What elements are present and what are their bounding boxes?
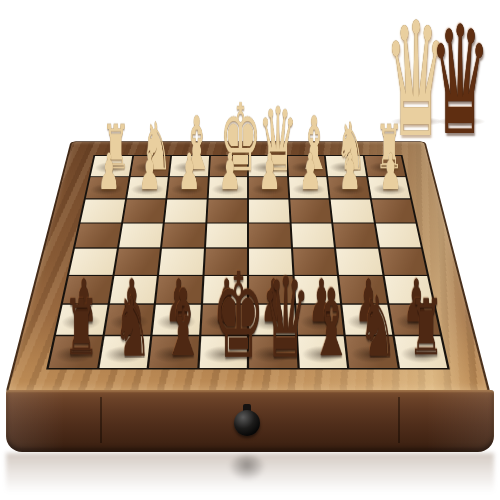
square: [162, 223, 205, 247]
square: ♟: [86, 177, 128, 198]
square: [119, 223, 163, 247]
board-frame: ♜♞♝♚♛♝♞♜♟♟♟♟♟♟♟♟♟♟♟♟♟♟♟♟♜♞♝♚♛♝♞♜: [5, 141, 491, 394]
square: ♟: [289, 177, 329, 198]
floor-reflection: [6, 453, 494, 500]
square: [123, 199, 166, 222]
square: [165, 199, 206, 222]
square: ♞: [99, 336, 150, 368]
drawer-knob: [234, 410, 260, 436]
square: [375, 223, 420, 247]
drawer-seam-left: [100, 397, 102, 443]
knob-reflection: [228, 455, 266, 481]
square: ♟: [328, 177, 369, 198]
square: [333, 223, 377, 247]
square: ♟: [208, 177, 247, 198]
square: [207, 199, 247, 222]
drawer-seam-right: [398, 397, 400, 443]
square: [249, 199, 289, 222]
square: ♟: [167, 177, 207, 198]
square: [371, 199, 415, 222]
square: [249, 223, 290, 247]
square: [291, 223, 334, 247]
square: ♟: [249, 177, 288, 198]
square: ♞: [346, 336, 397, 368]
storage-base: [6, 390, 494, 452]
square: ♚: [199, 336, 247, 368]
square: [331, 199, 374, 222]
square: [206, 223, 247, 247]
square: ♝: [149, 336, 199, 368]
square: [75, 223, 120, 247]
square: [81, 199, 125, 222]
product-photo: ♛ ♛ ♜♞♝♚♛♝♞♜♟♟♟♟♟♟♟♟♟♟♟♟♟♟♟♟♜♞♝♚♛♝♞♜: [0, 0, 500, 500]
square: ♟: [368, 177, 410, 198]
square: ♟: [127, 177, 168, 198]
board-3d: ♜♞♝♚♛♝♞♜♟♟♟♟♟♟♟♟♟♟♟♟♟♟♟♟♜♞♝♚♛♝♞♜: [5, 141, 491, 394]
square: [290, 199, 331, 222]
chess-board: ♜♞♝♚♛♝♞♜♟♟♟♟♟♟♟♟♟♟♟♟♟♟♟♟♜♞♝♚♛♝♞♜: [46, 155, 450, 369]
square: ♜: [394, 336, 447, 368]
square: ♜: [49, 336, 102, 368]
